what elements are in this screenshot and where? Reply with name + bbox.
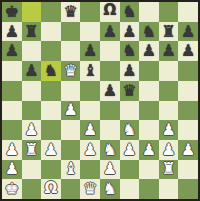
square-i9[interactable]: ♜ (159, 22, 179, 42)
game-board: ♚♛Ω♞♟♜♟♟♞♜♟♟♟♞♟♟♟♟♞♛♝♟♟♛♟♟♟♞♟♟♜♟♟♞♟♟♟♟♟♝… (2, 2, 198, 199)
square-d5[interactable]: ♟ (61, 101, 81, 121)
square-a5[interactable] (2, 101, 22, 121)
white-pawn-h3: ♟ (142, 141, 156, 157)
square-d10[interactable]: ♛ (61, 2, 81, 22)
white-knight-f1: ♞ (103, 181, 117, 197)
white-king-a1: ♚ (5, 181, 19, 197)
square-g1[interactable] (120, 179, 140, 199)
square-e8[interactable]: ♟ (80, 41, 100, 61)
black-pawn-e8: ♟ (83, 43, 97, 59)
white-pawn-e3: ♟ (83, 141, 97, 157)
square-f9[interactable]: ♟ (100, 22, 120, 42)
square-f5[interactable] (100, 101, 120, 121)
white-pawn-a3: ♟ (5, 141, 19, 157)
square-e10[interactable] (80, 2, 100, 22)
square-h1[interactable] (139, 179, 159, 199)
square-b6[interactable] (22, 81, 42, 101)
square-h10[interactable] (139, 2, 159, 22)
square-d4[interactable] (61, 120, 81, 140)
square-f7[interactable] (100, 61, 120, 81)
black-pawn-f6: ♟ (103, 82, 117, 98)
square-g2[interactable] (120, 160, 140, 180)
black-pawn-a8: ♟ (5, 43, 19, 59)
square-c1[interactable]: Ω (41, 179, 61, 199)
black-cannon-f10: Ω (103, 3, 116, 18)
white-pawn-a2: ♟ (5, 161, 19, 177)
square-g4[interactable]: ♞ (120, 120, 140, 140)
square-f1[interactable]: ♞ (100, 179, 120, 199)
square-h4[interactable] (139, 120, 159, 140)
black-queen-d10: ♛ (63, 3, 77, 19)
square-c10[interactable] (41, 2, 61, 22)
square-j3[interactable]: ♟ (178, 140, 198, 160)
black-rook-i9: ♜ (161, 23, 175, 39)
square-a4[interactable] (2, 120, 22, 140)
square-i8[interactable]: ♟ (159, 41, 179, 61)
square-g7[interactable]: ♟ (120, 61, 140, 81)
square-b7[interactable]: ♟ (22, 61, 42, 81)
square-f3[interactable]: ♞ (100, 140, 120, 160)
white-pawn-g3: ♟ (122, 141, 136, 157)
square-a10[interactable]: ♚ (2, 2, 22, 22)
black-pawn-f9: ♟ (103, 23, 117, 39)
square-h9[interactable]: ♞ (139, 22, 159, 42)
square-j2[interactable] (178, 160, 198, 180)
square-c7[interactable]: ♞ (41, 61, 61, 81)
white-cannon-c1: Ω (45, 181, 58, 196)
black-pawn-g9: ♟ (122, 23, 136, 39)
square-d2[interactable]: ♝ (61, 160, 81, 180)
square-e7[interactable]: ♝ (80, 61, 100, 81)
black-pawn-g7: ♟ (122, 62, 136, 78)
square-c8[interactable] (41, 41, 61, 61)
square-j7[interactable] (178, 61, 198, 81)
square-f8[interactable] (100, 41, 120, 61)
square-b2[interactable] (22, 160, 42, 180)
black-queen-g6: ♛ (122, 82, 136, 98)
white-queen-d7: ♛ (63, 62, 77, 78)
white-pawn-c3: ♟ (44, 141, 58, 157)
square-a8[interactable]: ♟ (2, 41, 22, 61)
white-pawn-i4: ♟ (161, 122, 175, 138)
white-pawn-f2: ♟ (103, 161, 117, 177)
square-a3[interactable]: ♟ (2, 140, 22, 160)
square-d7[interactable]: ♛ (61, 61, 81, 81)
square-c6[interactable] (41, 81, 61, 101)
black-king-a10: ♚ (5, 3, 19, 19)
black-pawn-b7: ♟ (24, 62, 38, 78)
black-rook-b9: ♜ (24, 23, 38, 39)
black-pawn-a9: ♟ (5, 23, 19, 39)
square-b8[interactable] (22, 41, 42, 61)
white-knight-g4: ♞ (122, 122, 136, 138)
white-knight-f3: ♞ (103, 141, 117, 157)
black-knight-c7: ♞ (44, 62, 58, 78)
black-pawn-j8: ♟ (181, 43, 195, 59)
square-i7[interactable] (159, 61, 179, 81)
square-f2[interactable]: ♟ (100, 160, 120, 180)
square-d6[interactable] (61, 81, 81, 101)
square-j1[interactable] (178, 179, 198, 199)
square-c5[interactable] (41, 101, 61, 121)
square-e2[interactable] (80, 160, 100, 180)
square-h3[interactable]: ♟ (139, 140, 159, 160)
black-bishop-e7: ♝ (83, 62, 97, 78)
square-e3[interactable]: ♟ (80, 140, 100, 160)
square-d9[interactable] (61, 22, 81, 42)
square-h6[interactable] (139, 81, 159, 101)
square-d3[interactable] (61, 140, 81, 160)
white-queen-e1: ♛ (83, 181, 97, 197)
square-c9[interactable] (41, 22, 61, 42)
square-e9[interactable] (80, 22, 100, 42)
black-knight-g8: ♞ (122, 43, 136, 59)
square-g8[interactable]: ♞ (120, 41, 140, 61)
white-rook-i2: ♜ (161, 161, 175, 177)
square-i4[interactable]: ♟ (159, 120, 179, 140)
square-g3[interactable]: ♟ (120, 140, 140, 160)
square-b3[interactable]: ♜ (22, 140, 42, 160)
white-pawn-j3: ♟ (181, 141, 195, 157)
square-i3[interactable]: ♟ (159, 140, 179, 160)
black-pawn-i8: ♟ (161, 43, 175, 59)
square-i10[interactable] (159, 2, 179, 22)
black-pawn-j9: ♟ (181, 23, 195, 39)
square-g10[interactable]: ♞ (120, 2, 140, 22)
square-f6[interactable]: ♟ (100, 81, 120, 101)
square-a1[interactable]: ♚ (2, 179, 22, 199)
square-j6[interactable] (178, 81, 198, 101)
square-g9[interactable]: ♟ (120, 22, 140, 42)
square-b4[interactable]: ♟ (22, 120, 42, 140)
square-h8[interactable]: ♟ (139, 41, 159, 61)
square-c4[interactable] (41, 120, 61, 140)
square-i6[interactable] (159, 81, 179, 101)
square-e5[interactable] (80, 101, 100, 121)
black-knight-g10: ♞ (122, 3, 136, 19)
square-j5[interactable] (178, 101, 198, 121)
square-g6[interactable]: ♛ (120, 81, 140, 101)
white-pawn-e4: ♟ (83, 122, 97, 138)
square-a7[interactable] (2, 61, 22, 81)
square-j10[interactable] (178, 2, 198, 22)
square-i2[interactable]: ♜ (159, 160, 179, 180)
square-b1[interactable] (22, 179, 42, 199)
square-e1[interactable]: ♛ (80, 179, 100, 199)
white-bishop-d2: ♝ (63, 161, 77, 177)
board-frame: ♚♛Ω♞♟♜♟♟♞♜♟♟♟♞♟♟♟♟♞♛♝♟♟♛♟♟♟♞♟♟♜♟♟♞♟♟♟♟♟♝… (0, 0, 200, 201)
white-pawn-d5: ♟ (63, 102, 77, 118)
square-b5[interactable] (22, 101, 42, 121)
square-i1[interactable] (159, 179, 179, 199)
square-h7[interactable] (139, 61, 159, 81)
square-f4[interactable] (100, 120, 120, 140)
square-g5[interactable] (120, 101, 140, 121)
square-d1[interactable] (61, 179, 81, 199)
square-a6[interactable] (2, 81, 22, 101)
square-b9[interactable]: ♜ (22, 22, 42, 42)
black-pawn-h8: ♟ (142, 43, 156, 59)
square-i5[interactable] (159, 101, 179, 121)
white-pawn-i3: ♟ (161, 141, 175, 157)
square-h5[interactable] (139, 101, 159, 121)
square-e4[interactable]: ♟ (80, 120, 100, 140)
square-d8[interactable] (61, 41, 81, 61)
square-c2[interactable] (41, 160, 61, 180)
square-c3[interactable]: ♟ (41, 140, 61, 160)
square-j4[interactable] (178, 120, 198, 140)
square-h2[interactable] (139, 160, 159, 180)
square-f10[interactable]: Ω (100, 2, 120, 22)
square-j8[interactable]: ♟ (178, 41, 198, 61)
square-a9[interactable]: ♟ (2, 22, 22, 42)
square-a2[interactable]: ♟ (2, 160, 22, 180)
square-e6[interactable] (80, 81, 100, 101)
square-b10[interactable] (22, 2, 42, 22)
black-knight-h9: ♞ (142, 23, 156, 39)
white-rook-b3: ♜ (24, 141, 38, 157)
square-j9[interactable]: ♟ (178, 22, 198, 42)
white-pawn-b4: ♟ (24, 122, 38, 138)
